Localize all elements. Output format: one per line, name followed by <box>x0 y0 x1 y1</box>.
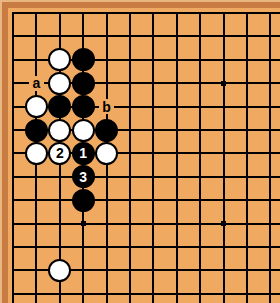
black-stone <box>72 189 95 212</box>
grid-line-vertical <box>246 12 248 303</box>
star-point <box>221 81 226 86</box>
grid-line-horizontal <box>12 12 280 14</box>
grid-line-horizontal <box>12 246 280 248</box>
white-stone <box>72 119 95 142</box>
white-stone <box>95 142 118 165</box>
white-stone <box>25 95 48 118</box>
black-stone <box>72 48 95 71</box>
point-label-a: a <box>29 76 44 91</box>
black-stone <box>72 95 95 118</box>
black-stone-move-1: 1 <box>72 142 95 165</box>
grid-line-vertical <box>152 12 154 303</box>
grid-line-vertical <box>176 12 178 303</box>
grid-line-vertical <box>199 12 201 303</box>
white-stone <box>48 72 71 95</box>
grid-line-vertical <box>12 12 14 303</box>
star-point <box>81 221 86 226</box>
black-stone <box>25 119 48 142</box>
black-stone <box>72 72 95 95</box>
white-stone <box>48 119 71 142</box>
go-board-diagram: ab213 <box>0 0 280 303</box>
grid-line-horizontal <box>12 199 280 201</box>
star-point <box>221 221 226 226</box>
grid-line-horizontal <box>12 293 280 295</box>
white-stone <box>25 142 48 165</box>
board-frame-highlight-top <box>0 0 280 2</box>
grid-line-horizontal <box>12 35 280 37</box>
grid-line-vertical <box>129 12 131 303</box>
black-stone <box>95 119 118 142</box>
point-label-b: b <box>99 99 114 114</box>
grid-line-horizontal <box>12 176 280 178</box>
grid-line-horizontal <box>12 223 280 225</box>
board-frame-highlight-left <box>0 0 2 303</box>
grid-line-vertical <box>223 12 225 303</box>
black-stone-move-3: 3 <box>72 165 95 188</box>
grid-line-vertical <box>269 12 271 303</box>
